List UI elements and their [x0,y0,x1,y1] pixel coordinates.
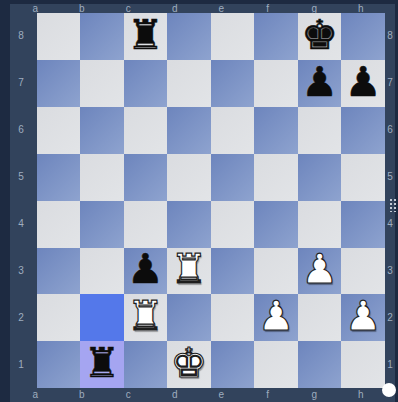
rank-label-4: 4 [10,201,32,248]
square-d8[interactable] [167,13,211,60]
square-f7[interactable] [254,60,298,107]
square-g7[interactable]: ♟ [298,60,342,107]
square-h6[interactable] [341,107,385,154]
white-pawn-f2[interactable]: ♟ [258,296,295,337]
square-d5[interactable] [167,154,211,201]
square-b5[interactable] [80,154,124,201]
square-e2[interactable] [211,294,255,341]
square-b4[interactable] [80,201,124,248]
square-g2[interactable] [298,294,342,341]
square-h3[interactable] [341,248,385,295]
square-h1[interactable] [341,341,385,388]
chess-board[interactable]: ♜♚♟♟♟♜♟♜♟♟♜♚ [37,13,385,388]
square-f8[interactable] [254,13,298,60]
square-g1[interactable] [298,341,342,388]
square-f5[interactable] [254,154,298,201]
rank-label-7: 7 [10,60,32,107]
rank-label-3: 3 [384,247,396,294]
square-g4[interactable] [298,201,342,248]
black-rook-b1[interactable]: ♜ [83,343,120,384]
square-c7[interactable] [124,60,168,107]
square-g6[interactable] [298,107,342,154]
square-a2[interactable] [37,294,81,341]
square-b1[interactable]: ♜ [80,341,124,388]
rank-label-1: 1 [384,341,396,388]
square-c2[interactable]: ♜ [124,294,168,341]
square-e4[interactable] [211,201,255,248]
square-e1[interactable] [211,341,255,388]
square-b3[interactable] [80,248,124,295]
white-pawn-h2[interactable]: ♟ [345,296,382,337]
file-label-b: b [59,388,106,402]
square-b6[interactable] [80,107,124,154]
white-rook-c2[interactable]: ♜ [127,296,164,337]
square-d4[interactable] [167,201,211,248]
square-a5[interactable] [37,154,81,201]
file-label-h: h [338,388,385,402]
chess-board-widget: abcdefgh 87654321 87654321 abcdefgh ♜♚♟♟… [0,0,398,402]
file-label-g: g [291,388,338,402]
square-d3[interactable]: ♜ [167,248,211,295]
square-b2[interactable] [80,294,124,341]
white-king-d1[interactable]: ♚ [171,343,208,384]
square-e7[interactable] [211,60,255,107]
rank-label-3: 3 [10,247,32,294]
rank-label-8: 8 [10,13,32,60]
square-a1[interactable] [37,341,81,388]
file-label-c: c [105,388,152,402]
square-a4[interactable] [37,201,81,248]
square-d2[interactable] [167,294,211,341]
rank-label-7: 7 [384,60,396,107]
rank-label-8: 8 [384,13,396,60]
white-to-move-indicator [382,383,396,397]
square-e8[interactable] [211,13,255,60]
square-a6[interactable] [37,107,81,154]
square-h5[interactable] [341,154,385,201]
file-label-f: f [245,388,292,402]
square-e6[interactable] [211,107,255,154]
square-d1[interactable]: ♚ [167,341,211,388]
square-a3[interactable] [37,248,81,295]
square-f2[interactable]: ♟ [254,294,298,341]
square-f6[interactable] [254,107,298,154]
rank-label-5: 5 [10,154,32,201]
rank-label-5: 5 [384,154,396,201]
square-g5[interactable] [298,154,342,201]
square-f1[interactable] [254,341,298,388]
square-g3[interactable]: ♟ [298,248,342,295]
square-h7[interactable]: ♟ [341,60,385,107]
square-c3[interactable]: ♟ [124,248,168,295]
rank-label-6: 6 [10,107,32,154]
square-c4[interactable] [124,201,168,248]
black-pawn-h7[interactable]: ♟ [345,62,382,103]
square-a8[interactable] [37,13,81,60]
white-rook-d3[interactable]: ♜ [171,249,208,290]
black-pawn-g7[interactable]: ♟ [301,62,338,103]
square-f4[interactable] [254,201,298,248]
square-d7[interactable] [167,60,211,107]
rank-label-1: 1 [10,341,32,388]
square-h8[interactable] [341,13,385,60]
square-a7[interactable] [37,60,81,107]
square-g8[interactable]: ♚ [298,13,342,60]
black-pawn-c3[interactable]: ♟ [127,249,164,290]
square-h2[interactable]: ♟ [341,294,385,341]
square-b8[interactable] [80,13,124,60]
square-c5[interactable] [124,154,168,201]
square-c6[interactable] [124,107,168,154]
square-h4[interactable] [341,201,385,248]
square-e5[interactable] [211,154,255,201]
resize-grip-icon[interactable] [388,197,398,212]
file-label-d: d [152,388,199,402]
rank-label-6: 6 [384,107,396,154]
file-labels-bottom: abcdefgh [12,388,384,402]
square-f3[interactable] [254,248,298,295]
square-e3[interactable] [211,248,255,295]
square-b7[interactable] [80,60,124,107]
rank-label-2: 2 [10,294,32,341]
black-rook-c8[interactable]: ♜ [127,15,164,56]
rank-label-2: 2 [384,294,396,341]
file-label-a: a [12,388,59,402]
square-c1[interactable] [124,341,168,388]
rank-labels-left: 87654321 [10,13,32,388]
square-c8[interactable]: ♜ [124,13,168,60]
white-pawn-g3[interactable]: ♟ [301,249,338,290]
outer-edge-left [0,0,10,402]
file-label-e: e [198,388,245,402]
square-d6[interactable] [167,107,211,154]
black-king-g8[interactable]: ♚ [301,15,338,56]
